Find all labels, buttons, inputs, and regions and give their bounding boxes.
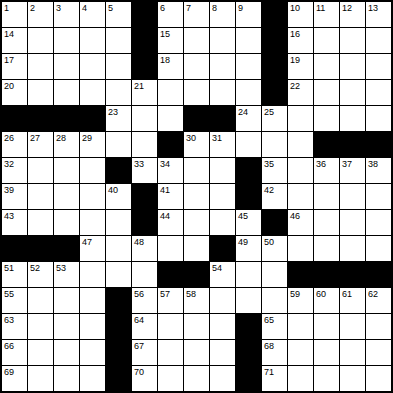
grid-cell-r4c8[interactable] [184,80,209,105]
clue-number-52: 52 [30,263,40,273]
grid-cell-r5c15[interactable] [366,106,391,131]
grid-cell-r1c15[interactable]: 13 [366,2,391,27]
grid-cell-r6c9[interactable]: 31 [210,132,235,157]
grid-cell-r14c4[interactable] [80,340,105,365]
grid-cell-r13c4[interactable] [80,314,105,339]
grid-cell-r4c13[interactable] [314,80,339,105]
grid-cell-r15c1[interactable]: 69 [2,366,27,391]
grid-cell-r12c11[interactable] [262,288,287,313]
grid-cell-r1c10[interactable]: 9 [236,2,261,27]
grid-cell-r8c2[interactable] [28,184,53,209]
clue-number-51: 51 [4,263,14,273]
clue-number-47: 47 [82,237,92,247]
grid-cell-r4c9[interactable] [210,80,235,105]
grid-cell-r15c2[interactable] [28,366,53,391]
grid-cell-r4c10[interactable] [236,80,261,105]
grid-cell-r7c15[interactable]: 38 [366,158,391,183]
grid-cell-r15c9[interactable] [210,366,235,391]
black-cell-r1c6 [132,2,157,27]
clue-number-41: 41 [160,185,170,195]
grid-cell-r9c15[interactable] [366,210,391,235]
black-cell-r3c6 [132,54,157,79]
grid-cell-r13c8[interactable] [184,314,209,339]
clue-number-35: 35 [264,159,274,169]
grid-cell-r14c9[interactable] [210,340,235,365]
crossword-grid: 1234567891011121314151617181920212223242… [0,0,393,393]
clue-number-64: 64 [134,315,144,325]
clue-number-17: 17 [4,55,14,65]
black-cell-r4c11 [262,80,287,105]
clue-number-20: 20 [4,81,14,91]
grid-cell-r9c8[interactable] [184,210,209,235]
black-cell-r7c5 [106,158,131,183]
grid-cell-r9c1[interactable]: 43 [2,210,27,235]
black-cell-r14c5 [106,340,131,365]
black-cell-r11c8 [184,262,209,287]
clue-number-14: 14 [4,29,14,39]
grid-cell-r7c1[interactable]: 32 [2,158,27,183]
grid-cell-r14c13[interactable] [314,340,339,365]
grid-cell-r6c3[interactable]: 28 [54,132,79,157]
grid-cell-r3c1[interactable]: 17 [2,54,27,79]
clue-number-36: 36 [316,159,326,169]
black-cell-r6c14 [340,132,365,157]
grid-cell-r9c10[interactable]: 45 [236,210,261,235]
grid-cell-r9c12[interactable]: 46 [288,210,313,235]
clue-number-10: 10 [290,3,300,13]
grid-cell-r10c14[interactable] [340,236,365,261]
grid-cell-r10c8[interactable] [184,236,209,261]
grid-cell-r14c11[interactable]: 68 [262,340,287,365]
black-cell-r5c8 [184,106,209,131]
grid-cell-r7c4[interactable] [80,158,105,183]
grid-cell-r4c4[interactable] [80,80,105,105]
clue-number-33: 33 [134,159,144,169]
grid-cell-r12c15[interactable]: 62 [366,288,391,313]
black-cell-r10c1 [2,236,27,261]
grid-cell-r15c7[interactable] [158,366,183,391]
grid-cell-r11c5[interactable] [106,262,131,287]
black-cell-r14c10 [236,340,261,365]
grid-cell-r12c1[interactable]: 55 [2,288,27,313]
clue-number-3: 3 [56,3,61,13]
grid-cell-r3c5[interactable] [106,54,131,79]
grid-cell-r12c8[interactable]: 58 [184,288,209,313]
grid-cell-r5c10[interactable]: 24 [236,106,261,131]
grid-cell-r4c3[interactable] [54,80,79,105]
black-cell-r11c13 [314,262,339,287]
clue-number-65: 65 [264,315,274,325]
grid-cell-r8c15[interactable] [366,184,391,209]
clue-number-45: 45 [238,211,248,221]
grid-cell-r6c6[interactable] [132,132,157,157]
grid-cell-r11c9[interactable]: 54 [210,262,235,287]
grid-cell-r9c7[interactable]: 44 [158,210,183,235]
clue-number-26: 26 [4,133,14,143]
grid-cell-r3c15[interactable] [366,54,391,79]
clue-number-6: 6 [160,3,165,13]
clue-number-55: 55 [4,289,14,299]
grid-cell-r13c12[interactable] [288,314,313,339]
grid-cell-r5c6[interactable] [132,106,157,131]
grid-cell-r10c11[interactable]: 50 [262,236,287,261]
grid-cell-r2c2[interactable] [28,28,53,53]
grid-cell-r1c12[interactable]: 10 [288,2,313,27]
grid-cell-r3c3[interactable] [54,54,79,79]
clue-number-56: 56 [134,289,144,299]
black-cell-r10c9 [210,236,235,261]
clue-number-28: 28 [56,133,66,143]
black-cell-r5c2 [28,106,53,131]
grid-cell-r10c13[interactable] [314,236,339,261]
black-cell-r9c6 [132,210,157,235]
grid-cell-r4c14[interactable] [340,80,365,105]
black-cell-r8c6 [132,184,157,209]
grid-cell-r1c13[interactable]: 11 [314,2,339,27]
clue-number-9: 9 [238,3,243,13]
grid-cell-r3c10[interactable] [236,54,261,79]
grid-cell-r9c3[interactable] [54,210,79,235]
black-cell-r13c5 [106,314,131,339]
grid-cell-r14c6[interactable]: 67 [132,340,157,365]
grid-cell-r14c3[interactable] [54,340,79,365]
grid-cell-r7c2[interactable] [28,158,53,183]
clue-number-21: 21 [134,81,144,91]
grid-cell-r10c6[interactable]: 48 [132,236,157,261]
grid-cell-r15c4[interactable] [80,366,105,391]
clue-number-29: 29 [82,133,92,143]
grid-cell-r3c13[interactable] [314,54,339,79]
grid-cell-r2c10[interactable] [236,28,261,53]
grid-cell-r8c11[interactable]: 42 [262,184,287,209]
black-cell-r7c10 [236,158,261,183]
clue-number-2: 2 [30,3,35,13]
clue-number-12: 12 [342,3,352,13]
grid-cell-r13c1[interactable]: 63 [2,314,27,339]
grid-cell-r15c8[interactable] [184,366,209,391]
grid-cell-r13c14[interactable] [340,314,365,339]
grid-cell-r2c13[interactable] [314,28,339,53]
clue-number-46: 46 [290,211,300,221]
clue-number-4: 4 [82,3,87,13]
grid-cell-r6c12[interactable] [288,132,313,157]
grid-cell-r13c3[interactable] [54,314,79,339]
grid-cell-r10c10[interactable]: 49 [236,236,261,261]
grid-cell-r4c7[interactable] [158,80,183,105]
grid-cell-r11c11[interactable] [262,262,287,287]
grid-cell-r10c12[interactable] [288,236,313,261]
clue-number-59: 59 [290,289,300,299]
grid-cell-r10c15[interactable] [366,236,391,261]
black-cell-r5c3 [54,106,79,131]
grid-cell-r8c5[interactable]: 40 [106,184,131,209]
grid-cell-r2c5[interactable] [106,28,131,53]
grid-cell-r3c14[interactable] [340,54,365,79]
grid-cell-r4c6[interactable]: 21 [132,80,157,105]
grid-cell-r8c12[interactable] [288,184,313,209]
grid-cell-r8c7[interactable]: 41 [158,184,183,209]
clue-number-49: 49 [238,237,248,247]
clue-number-8: 8 [212,3,217,13]
black-cell-r2c11 [262,28,287,53]
clue-number-23: 23 [108,107,118,117]
clue-number-1: 1 [4,3,9,13]
clue-number-69: 69 [4,367,14,377]
grid-cell-r5c12[interactable] [288,106,313,131]
clue-number-43: 43 [4,211,14,221]
grid-cell-r11c2[interactable]: 52 [28,262,53,287]
clue-number-31: 31 [212,133,222,143]
grid-cell-r15c12[interactable] [288,366,313,391]
grid-cell-r4c1[interactable]: 20 [2,80,27,105]
grid-cell-r5c7[interactable] [158,106,183,131]
black-cell-r2c6 [132,28,157,53]
grid-cell-r9c4[interactable] [80,210,105,235]
grid-cell-r14c7[interactable] [158,340,183,365]
clue-number-39: 39 [4,185,14,195]
grid-cell-r9c14[interactable] [340,210,365,235]
grid-cell-r10c7[interactable] [158,236,183,261]
grid-cell-r9c5[interactable] [106,210,131,235]
clue-number-68: 68 [264,341,274,351]
black-cell-r3c11 [262,54,287,79]
clue-number-63: 63 [4,315,14,325]
black-cell-r11c14 [340,262,365,287]
grid-cell-r10c4[interactable]: 47 [80,236,105,261]
grid-cell-r2c7[interactable]: 15 [158,28,183,53]
grid-cell-r14c1[interactable]: 66 [2,340,27,365]
black-cell-r11c7 [158,262,183,287]
grid-cell-r1c7[interactable]: 6 [158,2,183,27]
clue-number-37: 37 [342,159,352,169]
clue-number-60: 60 [316,289,326,299]
grid-cell-r13c11[interactable]: 65 [262,314,287,339]
grid-cell-r2c8[interactable] [184,28,209,53]
grid-cell-r13c2[interactable] [28,314,53,339]
grid-cell-r7c6[interactable]: 33 [132,158,157,183]
grid-cell-r1c5[interactable]: 5 [106,2,131,27]
black-cell-r1c11 [262,2,287,27]
grid-cell-r7c14[interactable]: 37 [340,158,365,183]
clue-number-62: 62 [368,289,378,299]
clue-number-44: 44 [160,211,170,221]
clue-number-54: 54 [212,263,222,273]
clue-number-11: 11 [316,3,325,13]
grid-cell-r2c12[interactable]: 16 [288,28,313,53]
clue-number-67: 67 [134,341,144,351]
grid-cell-r14c2[interactable] [28,340,53,365]
grid-cell-r7c13[interactable]: 36 [314,158,339,183]
grid-cell-r15c13[interactable] [314,366,339,391]
grid-cell-r8c14[interactable] [340,184,365,209]
grid-cell-r6c1[interactable]: 26 [2,132,27,157]
grid-cell-r8c3[interactable] [54,184,79,209]
grid-cell-r7c12[interactable] [288,158,313,183]
clue-number-16: 16 [290,29,300,39]
black-cell-r12c5 [106,288,131,313]
clue-number-32: 32 [4,159,14,169]
clue-number-58: 58 [186,289,196,299]
grid-cell-r2c9[interactable] [210,28,235,53]
black-cell-r13c10 [236,314,261,339]
black-cell-r10c3 [54,236,79,261]
clue-number-15: 15 [160,29,170,39]
clue-number-30: 30 [186,133,196,143]
grid-cell-r2c4[interactable] [80,28,105,53]
grid-cell-r12c4[interactable] [80,288,105,313]
grid-cell-r6c10[interactable] [236,132,261,157]
grid-cell-r1c4[interactable]: 4 [80,2,105,27]
clue-number-24: 24 [238,107,248,117]
grid-cell-r13c7[interactable] [158,314,183,339]
grid-cell-r11c6[interactable] [132,262,157,287]
clue-number-19: 19 [290,55,300,65]
grid-cell-r11c4[interactable] [80,262,105,287]
grid-cell-r5c13[interactable] [314,106,339,131]
black-cell-r11c15 [366,262,391,287]
grid-cell-r5c11[interactable]: 25 [262,106,287,131]
grid-cell-r14c15[interactable] [366,340,391,365]
grid-cell-r12c13[interactable]: 60 [314,288,339,313]
grid-cell-r14c12[interactable] [288,340,313,365]
grid-cell-r7c7[interactable]: 34 [158,158,183,183]
grid-cell-r11c10[interactable] [236,262,261,287]
grid-cell-r14c14[interactable] [340,340,365,365]
grid-cell-r6c5[interactable] [106,132,131,157]
grid-cell-r7c9[interactable] [210,158,235,183]
grid-cell-r6c8[interactable]: 30 [184,132,209,157]
grid-cell-r6c2[interactable]: 27 [28,132,53,157]
black-cell-r11c12 [288,262,313,287]
grid-cell-r12c9[interactable] [210,288,235,313]
black-cell-r8c10 [236,184,261,209]
grid-cell-r1c1[interactable]: 1 [2,2,27,27]
clue-number-42: 42 [264,185,274,195]
grid-cell-r13c13[interactable] [314,314,339,339]
grid-cell-r12c12[interactable]: 59 [288,288,313,313]
black-cell-r15c5 [106,366,131,391]
black-cell-r6c13 [314,132,339,157]
clue-number-71: 71 [264,367,274,377]
clue-number-61: 61 [342,289,352,299]
grid-cell-r13c9[interactable] [210,314,235,339]
grid-cell-r6c4[interactable]: 29 [80,132,105,157]
clue-number-22: 22 [290,81,300,91]
grid-cell-r9c2[interactable] [28,210,53,235]
black-cell-r5c4 [80,106,105,131]
grid-cell-r12c2[interactable] [28,288,53,313]
clue-number-53: 53 [56,263,66,273]
grid-cell-r2c1[interactable]: 14 [2,28,27,53]
clue-number-18: 18 [160,55,170,65]
grid-cell-r7c11[interactable]: 35 [262,158,287,183]
grid-cell-r1c9[interactable]: 8 [210,2,235,27]
grid-cell-r1c3[interactable]: 3 [54,2,79,27]
grid-cell-r14c8[interactable] [184,340,209,365]
black-cell-r5c9 [210,106,235,131]
clue-number-66: 66 [4,341,14,351]
grid-cell-r5c5[interactable]: 23 [106,106,131,131]
clue-number-34: 34 [160,159,170,169]
clue-number-57: 57 [160,289,170,299]
grid-cell-r3c12[interactable]: 19 [288,54,313,79]
grid-cell-r7c3[interactable] [54,158,79,183]
grid-cell-r8c13[interactable] [314,184,339,209]
clue-number-5: 5 [108,3,113,13]
clue-number-7: 7 [186,3,191,13]
grid-cell-r3c4[interactable] [80,54,105,79]
grid-cell-r1c14[interactable]: 12 [340,2,365,27]
grid-cell-r8c1[interactable]: 39 [2,184,27,209]
clue-number-40: 40 [108,185,118,195]
clue-number-70: 70 [134,367,144,377]
clue-number-38: 38 [368,159,378,169]
grid-cell-r9c9[interactable] [210,210,235,235]
grid-cell-r4c2[interactable] [28,80,53,105]
clue-number-50: 50 [264,237,274,247]
grid-cell-r12c3[interactable] [54,288,79,313]
black-cell-r10c2 [28,236,53,261]
grid-cell-r2c3[interactable] [54,28,79,53]
grid-cell-r4c12[interactable]: 22 [288,80,313,105]
grid-cell-r9c13[interactable] [314,210,339,235]
grid-cell-r12c14[interactable]: 61 [340,288,365,313]
black-cell-r9c11 [262,210,287,235]
grid-cell-r8c9[interactable] [210,184,235,209]
grid-cell-r12c10[interactable] [236,288,261,313]
grid-cell-r3c9[interactable] [210,54,235,79]
grid-cell-r3c2[interactable] [28,54,53,79]
black-cell-r15c10 [236,366,261,391]
grid-cell-r3c8[interactable] [184,54,209,79]
grid-cell-r5c14[interactable] [340,106,365,131]
grid-cell-r8c8[interactable] [184,184,209,209]
grid-cell-r11c3[interactable]: 53 [54,262,79,287]
grid-cell-r15c6[interactable]: 70 [132,366,157,391]
grid-cell-r13c15[interactable] [366,314,391,339]
grid-cell-r6c11[interactable] [262,132,287,157]
grid-cell-r12c6[interactable]: 56 [132,288,157,313]
grid-cell-r1c2[interactable]: 2 [28,2,53,27]
clue-number-27: 27 [30,133,40,143]
grid-cell-r4c5[interactable] [106,80,131,105]
grid-cell-r2c15[interactable] [366,28,391,53]
grid-cell-r3c7[interactable]: 18 [158,54,183,79]
grid-cell-r15c3[interactable] [54,366,79,391]
grid-cell-r12c7[interactable]: 57 [158,288,183,313]
grid-cell-r10c5[interactable] [106,236,131,261]
clue-number-25: 25 [264,107,274,117]
black-cell-r6c15 [366,132,391,157]
grid-cell-r7c8[interactable] [184,158,209,183]
grid-cell-r15c15[interactable] [366,366,391,391]
clue-number-48: 48 [134,237,144,247]
grid-cell-r13c6[interactable]: 64 [132,314,157,339]
grid-cell-r4c15[interactable] [366,80,391,105]
black-cell-r5c1 [2,106,27,131]
black-cell-r6c7 [158,132,183,157]
clue-number-13: 13 [368,3,378,13]
grid-cell-r15c11[interactable]: 71 [262,366,287,391]
grid-cell-r1c8[interactable]: 7 [184,2,209,27]
grid-cell-r15c14[interactable] [340,366,365,391]
grid-cell-r8c4[interactable] [80,184,105,209]
grid-cell-r11c1[interactable]: 51 [2,262,27,287]
grid-cell-r2c14[interactable] [340,28,365,53]
